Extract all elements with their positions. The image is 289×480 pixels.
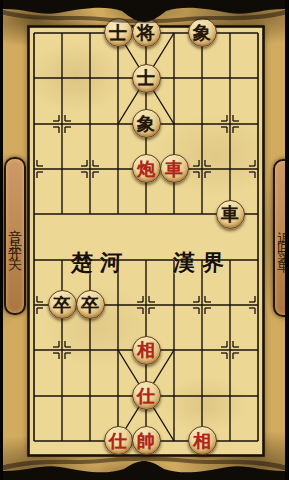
music-toggle-label: 音乐开关: [9, 218, 23, 254]
black-elephant-glyph: 象: [193, 23, 211, 41]
black-general-glyph: 将: [137, 23, 155, 41]
red-advisor-glyph: 仕: [109, 431, 127, 449]
red-elephant[interactable]: 相: [132, 336, 161, 365]
black-advisor-glyph: 士: [109, 23, 127, 41]
red-elephant-glyph: 相: [193, 431, 211, 449]
return-menu-button[interactable]: 返回菜单: [273, 159, 288, 317]
piece-grid: 士将象士象炮車車卒卒相仕仕帥相: [20, 10, 272, 463]
black-soldier[interactable]: 卒: [48, 290, 77, 319]
black-elephant[interactable]: 象: [132, 109, 161, 138]
music-toggle-button[interactable]: 音乐开关: [4, 157, 26, 315]
red-advisor[interactable]: 仕: [104, 426, 133, 455]
red-chariot[interactable]: 車: [160, 154, 189, 183]
black-elephant[interactable]: 象: [188, 18, 217, 47]
red-advisor[interactable]: 仕: [132, 381, 161, 410]
black-advisor-glyph: 士: [137, 69, 155, 87]
red-elephant[interactable]: 相: [188, 426, 217, 455]
return-menu-label: 返回菜单: [278, 220, 289, 256]
black-general[interactable]: 将: [132, 18, 161, 47]
black-soldier-glyph: 卒: [81, 295, 99, 313]
black-soldier-glyph: 卒: [53, 295, 71, 313]
red-chariot-glyph: 車: [165, 159, 183, 177]
red-cannon[interactable]: 炮: [132, 154, 161, 183]
black-chariot-glyph: 車: [221, 205, 239, 223]
red-cannon-glyph: 炮: [137, 159, 155, 177]
red-general-glyph: 帥: [137, 431, 155, 449]
red-elephant-glyph: 相: [137, 341, 155, 359]
xiangqi-game-screen: 楚河 漢界 士将象士象炮車車卒卒相仕仕帥相 音乐开关 返回菜单: [0, 0, 288, 480]
red-advisor-glyph: 仕: [137, 386, 155, 404]
red-general[interactable]: 帥: [132, 426, 161, 455]
black-advisor[interactable]: 士: [132, 64, 161, 93]
black-elephant-glyph: 象: [137, 114, 155, 132]
black-chariot[interactable]: 車: [216, 200, 245, 229]
black-soldier[interactable]: 卒: [76, 290, 105, 319]
black-advisor[interactable]: 士: [104, 18, 133, 47]
